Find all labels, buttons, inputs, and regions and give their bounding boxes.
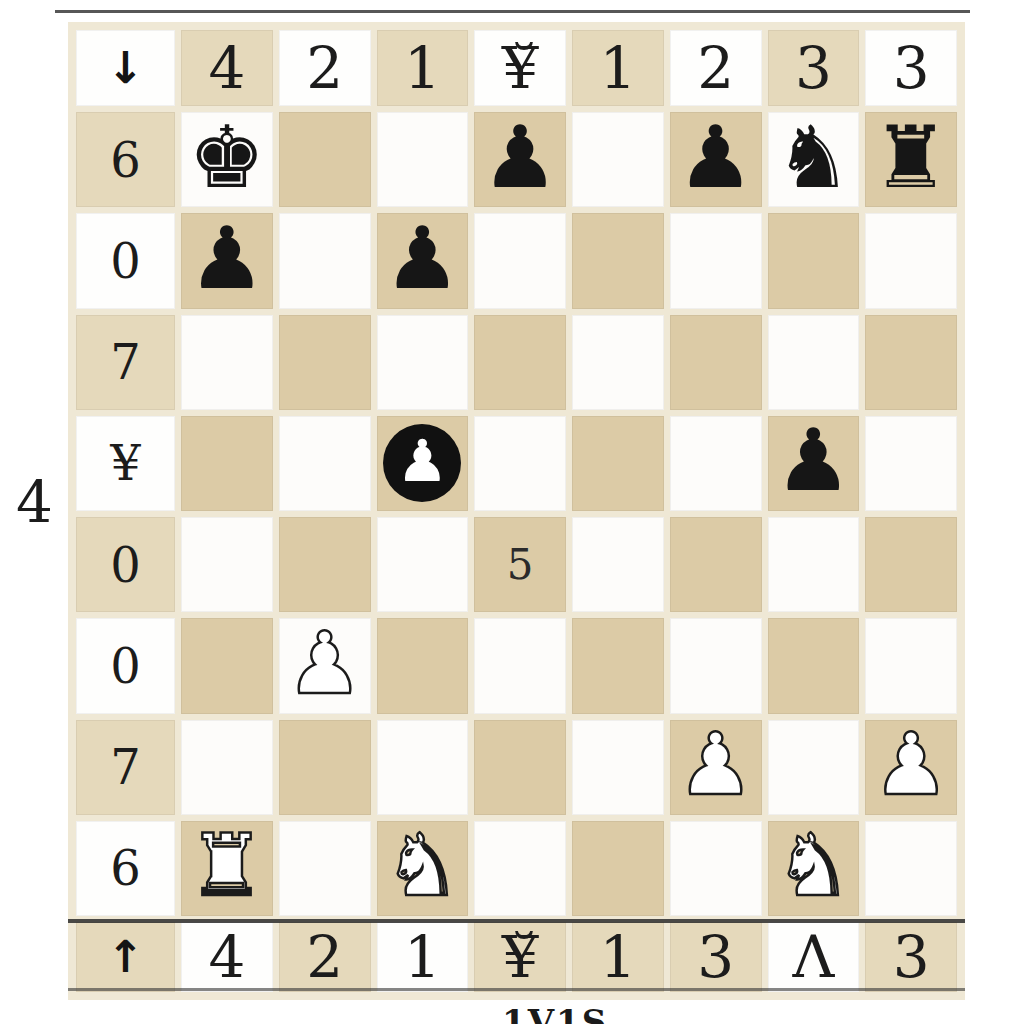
footer-cell-7: Λ: [768, 922, 860, 992]
header-cell-4: ¥̆: [474, 30, 566, 106]
square-annotation: 5: [507, 540, 534, 589]
square-r4c7[interactable]: ♟: [768, 416, 860, 511]
square-r8c7[interactable]: ♞: [768, 821, 860, 916]
top-coordinate-label: 3: [893, 39, 930, 97]
square-r3c8[interactable]: [865, 315, 957, 410]
left-coordinate-label: 0: [110, 541, 141, 589]
square-r2c3[interactable]: ♟: [377, 213, 469, 308]
square-r2c4[interactable]: [474, 213, 566, 308]
square-r5c5[interactable]: [572, 517, 664, 612]
bottom-coordinate-label: Λ: [792, 928, 834, 986]
footer-cell-8: 3: [865, 922, 957, 992]
square-r1c5[interactable]: [572, 112, 664, 207]
bottom-coordinate-label: 2: [306, 928, 343, 986]
square-r6c8[interactable]: [865, 618, 957, 713]
footer-cell-2: 2: [279, 922, 371, 992]
white-pawn[interactable]: ♟: [873, 721, 950, 807]
header-cell-7: 3: [768, 30, 860, 106]
square-r8c6[interactable]: [670, 821, 762, 916]
white-pawn-on-disc[interactable]: ♟: [396, 432, 448, 490]
bottom-coordinate-label: ¥̆: [502, 928, 539, 986]
caption-text: 1V1S: [502, 1002, 608, 1024]
left-label-cell-7: 7: [76, 720, 175, 815]
top-coordinate-label: 1: [404, 39, 441, 97]
square-r8c5[interactable]: [572, 821, 664, 916]
square-r6c2[interactable]: ♟: [279, 618, 371, 713]
header-cell-5: 1: [572, 30, 664, 106]
left-label-cell-4: ¥: [76, 416, 175, 511]
square-r3c2[interactable]: [279, 315, 371, 410]
white-knight[interactable]: ♞: [384, 822, 461, 908]
square-r1c2[interactable]: [279, 112, 371, 207]
white-pawn[interactable]: ♟: [286, 620, 363, 706]
square-r1c7[interactable]: ♞: [768, 112, 860, 207]
square-r8c3[interactable]: ♞: [377, 821, 469, 916]
bottom-coordinate-label: 1: [404, 928, 441, 986]
black-pawn[interactable]: ♟: [188, 215, 265, 301]
square-r7c2[interactable]: [279, 720, 371, 815]
square-r2c8[interactable]: [865, 213, 957, 308]
left-label-cell-5: 0: [76, 517, 175, 612]
footer-cell-3: 1: [377, 922, 469, 992]
white-rook[interactable]: ♜: [188, 822, 265, 908]
bottom-coordinate-label: 3: [893, 928, 930, 986]
left-coordinate-label: 0: [110, 237, 141, 285]
square-r4c4[interactable]: [474, 416, 566, 511]
square-r5c8[interactable]: [865, 517, 957, 612]
square-r7c5[interactable]: [572, 720, 664, 815]
square-r8c8[interactable]: [865, 821, 957, 916]
square-r4c6[interactable]: [670, 416, 762, 511]
square-r3c7[interactable]: [768, 315, 860, 410]
square-r2c5[interactable]: [572, 213, 664, 308]
square-r1c1[interactable]: ♚: [181, 112, 273, 207]
square-r4c8[interactable]: [865, 416, 957, 511]
square-r5c4[interactable]: 5: [474, 517, 566, 612]
footer-cell-1: 4: [181, 922, 273, 992]
square-r3c1[interactable]: [181, 315, 273, 410]
left-coordinate-label: 0: [110, 642, 141, 690]
square-r4c3[interactable]: ♟: [377, 416, 469, 511]
square-r6c3[interactable]: [377, 618, 469, 713]
left-coordinate-label: 6: [110, 844, 141, 892]
header-cell-3: 1: [377, 30, 469, 106]
square-r1c8[interactable]: ♜: [865, 112, 957, 207]
square-r7c3[interactable]: [377, 720, 469, 815]
left-coordinate-label: 6: [110, 136, 141, 184]
square-r3c6[interactable]: [670, 315, 762, 410]
black-pawn[interactable]: ♟: [482, 114, 559, 200]
left-label-cell-2: 0: [76, 213, 175, 308]
left-label-cell-3: 7: [76, 315, 175, 410]
square-r1c6[interactable]: ♟: [670, 112, 762, 207]
header-cell-1: 4: [181, 30, 273, 106]
black-pawn[interactable]: ♟: [677, 114, 754, 200]
white-knight[interactable]: ♞: [775, 822, 852, 908]
top-coordinate-label: 2: [306, 39, 343, 97]
square-r2c7[interactable]: [768, 213, 860, 308]
square-r5c3[interactable]: [377, 517, 469, 612]
margin-label: 4: [16, 468, 53, 536]
black-rook[interactable]: ♜: [873, 114, 950, 200]
square-r6c7[interactable]: [768, 618, 860, 713]
top-coordinate-label: 3: [795, 39, 832, 97]
black-disc[interactable]: ♟: [383, 424, 461, 502]
top-coordinate-label: 4: [208, 39, 245, 97]
left-coordinate-label: 7: [110, 743, 141, 791]
header-cell-6: 2: [670, 30, 762, 106]
square-r4c5[interactable]: [572, 416, 664, 511]
square-r7c4[interactable]: [474, 720, 566, 815]
square-r6c5[interactable]: [572, 618, 664, 713]
left-label-cell-8: 6: [76, 821, 175, 916]
square-r7c7[interactable]: [768, 720, 860, 815]
top-coordinate-label: ¥̆: [502, 39, 539, 97]
black-pawn[interactable]: ♟: [384, 215, 461, 301]
footer-cell-5: 1: [572, 922, 664, 992]
square-r4c1[interactable]: [181, 416, 273, 511]
footer-separator-line: [68, 919, 965, 923]
left-coordinate-label: 7: [110, 338, 141, 386]
square-r6c4[interactable]: [474, 618, 566, 713]
footer-cell-0: ↑: [76, 922, 175, 992]
square-r3c4[interactable]: [474, 315, 566, 410]
square-r6c6[interactable]: [670, 618, 762, 713]
square-r5c2[interactable]: [279, 517, 371, 612]
left-label-cell-1: 6: [76, 112, 175, 207]
footer-cell-6: 3: [670, 922, 762, 992]
left-coordinate-label: ¥: [110, 439, 141, 487]
square-r7c8[interactable]: ♟: [865, 720, 957, 815]
white-pawn[interactable]: ♟: [677, 721, 754, 807]
bottom-coordinate-label: 3: [697, 928, 734, 986]
square-r7c6[interactable]: ♟: [670, 720, 762, 815]
square-r5c1[interactable]: [181, 517, 273, 612]
square-r1c4[interactable]: ♟: [474, 112, 566, 207]
top-coordinate-label: 1: [599, 39, 636, 97]
top-rule-line: [55, 10, 970, 13]
square-r2c6[interactable]: [670, 213, 762, 308]
square-r4c2[interactable]: [279, 416, 371, 511]
black-pawn[interactable]: ♟: [775, 417, 852, 503]
black-king[interactable]: ♚: [188, 114, 265, 200]
square-r2c1[interactable]: ♟: [181, 213, 273, 308]
square-r2c2[interactable]: [279, 213, 371, 308]
top-coordinate-label: 2: [697, 39, 734, 97]
square-r8c4[interactable]: [474, 821, 566, 916]
square-r8c2[interactable]: [279, 821, 371, 916]
down-arrow-icon: ↓: [107, 46, 144, 90]
square-r3c3[interactable]: [377, 315, 469, 410]
square-r8c1[interactable]: ♜: [181, 821, 273, 916]
header-cell-0: ↓: [76, 30, 175, 106]
square-r5c6[interactable]: [670, 517, 762, 612]
square-r6c1[interactable]: [181, 618, 273, 713]
square-r3c5[interactable]: [572, 315, 664, 410]
header-cell-8: 3: [865, 30, 957, 106]
footer-cell-4: ¥̆: [474, 922, 566, 992]
up-arrow-icon: ↑: [107, 935, 144, 979]
left-label-cell-6: 0: [76, 618, 175, 713]
black-knight[interactable]: ♞: [775, 114, 852, 200]
bottom-coordinate-label: 4: [208, 928, 245, 986]
header-cell-2: 2: [279, 30, 371, 106]
square-r7c1[interactable]: [181, 720, 273, 815]
square-r1c3[interactable]: [377, 112, 469, 207]
bottom-coordinate-label: 1: [599, 928, 636, 986]
board-bottom-edge-line: [68, 988, 965, 991]
chess-board: ↓421¥̆12336♚♟♟♞♜0♟♟7¥♟♟050♟7♟♟6♜♞♞↑421¥̆…: [68, 22, 965, 1000]
square-r5c7[interactable]: [768, 517, 860, 612]
